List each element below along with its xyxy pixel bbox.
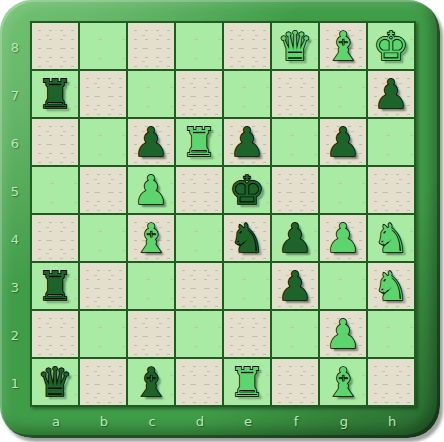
piece-black-rook-a3[interactable]: ♜: [37, 263, 73, 309]
square-h2[interactable]: [368, 311, 414, 357]
piece-white-queen-f8[interactable]: ♛: [277, 23, 313, 69]
piece-black-pawn-g6[interactable]: ♟: [325, 119, 361, 165]
square-h5[interactable]: [368, 167, 414, 213]
piece-black-pawn-e6[interactable]: ♟: [229, 119, 265, 165]
square-f6[interactable]: [272, 119, 318, 165]
piece-white-pawn-g2[interactable]: ♟: [325, 311, 361, 357]
square-b8[interactable]: [80, 23, 126, 69]
piece-black-pawn-c6[interactable]: ♟: [133, 119, 169, 165]
square-e6[interactable]: ♟: [224, 119, 270, 165]
square-a1[interactable]: ♛: [32, 359, 78, 405]
piece-black-queen-a1[interactable]: ♛: [37, 359, 73, 405]
square-g8[interactable]: ♝: [320, 23, 366, 69]
rank-label-5: 5: [0, 167, 30, 215]
file-label-d: d: [176, 407, 224, 435]
square-h4[interactable]: ♞: [368, 215, 414, 261]
square-e3[interactable]: [224, 263, 270, 309]
square-e7[interactable]: [224, 71, 270, 117]
piece-white-rook-e1[interactable]: ♜: [229, 359, 265, 405]
piece-black-pawn-h7[interactable]: ♟: [373, 71, 409, 117]
square-e8[interactable]: [224, 23, 270, 69]
rank-label-4: 4: [0, 215, 30, 263]
piece-white-knight-h3[interactable]: ♞: [373, 263, 409, 309]
square-e2[interactable]: [224, 311, 270, 357]
square-a5[interactable]: [32, 167, 78, 213]
rank-label-7: 7: [0, 71, 30, 119]
square-h1[interactable]: [368, 359, 414, 405]
square-a7[interactable]: ♜: [32, 71, 78, 117]
square-f1[interactable]: [272, 359, 318, 405]
square-b4[interactable]: [80, 215, 126, 261]
square-f2[interactable]: [272, 311, 318, 357]
square-a3[interactable]: ♜: [32, 263, 78, 309]
piece-white-knight-h4[interactable]: ♞: [373, 215, 409, 261]
file-label-b: b: [80, 407, 128, 435]
rank-labels: 87654321: [0, 23, 30, 407]
square-d6[interactable]: ♜: [176, 119, 222, 165]
piece-white-pawn-g4[interactable]: ♟: [325, 215, 361, 261]
square-b6[interactable]: [80, 119, 126, 165]
square-f4[interactable]: ♟: [272, 215, 318, 261]
square-b5[interactable]: [80, 167, 126, 213]
piece-black-bishop-c1[interactable]: ♝: [133, 359, 169, 405]
piece-black-king-e5[interactable]: ♚: [229, 167, 265, 213]
square-d7[interactable]: [176, 71, 222, 117]
square-f5[interactable]: [272, 167, 318, 213]
square-h8[interactable]: ♚: [368, 23, 414, 69]
square-b2[interactable]: [80, 311, 126, 357]
square-b1[interactable]: [80, 359, 126, 405]
square-d4[interactable]: [176, 215, 222, 261]
square-c6[interactable]: ♟: [128, 119, 174, 165]
file-label-e: e: [224, 407, 272, 435]
square-e5[interactable]: ♚: [224, 167, 270, 213]
square-a4[interactable]: [32, 215, 78, 261]
square-g4[interactable]: ♟: [320, 215, 366, 261]
file-label-g: g: [320, 407, 368, 435]
rank-label-8: 8: [0, 23, 30, 71]
square-d3[interactable]: [176, 263, 222, 309]
rank-label-6: 6: [0, 119, 30, 167]
square-g1[interactable]: ♝: [320, 359, 366, 405]
square-a2[interactable]: [32, 311, 78, 357]
piece-white-pawn-c5[interactable]: ♟: [133, 167, 169, 213]
square-d5[interactable]: [176, 167, 222, 213]
square-f8[interactable]: ♛: [272, 23, 318, 69]
piece-white-king-h8[interactable]: ♚: [373, 23, 409, 69]
square-c1[interactable]: ♝: [128, 359, 174, 405]
square-g7[interactable]: [320, 71, 366, 117]
square-f7[interactable]: [272, 71, 318, 117]
file-label-f: f: [272, 407, 320, 435]
square-b3[interactable]: [80, 263, 126, 309]
piece-black-pawn-f3[interactable]: ♟: [277, 263, 313, 309]
piece-black-pawn-f4[interactable]: ♟: [277, 215, 313, 261]
square-d8[interactable]: [176, 23, 222, 69]
piece-white-bishop-g1[interactable]: ♝: [325, 359, 361, 405]
square-c2[interactable]: [128, 311, 174, 357]
square-c7[interactable]: [128, 71, 174, 117]
chess-app: 87654321 ♛♝♚♜♟♟♜♟♟♟♚♝♞♟♟♞♜♟♞♟♛♝♜♝ abcdef…: [0, 0, 444, 442]
piece-black-rook-a7[interactable]: ♜: [37, 71, 73, 117]
square-h6[interactable]: [368, 119, 414, 165]
piece-white-rook-d6[interactable]: ♜: [181, 119, 217, 165]
file-labels: abcdefgh: [32, 407, 416, 435]
piece-white-bishop-g8[interactable]: ♝: [325, 23, 361, 69]
square-e4[interactable]: ♞: [224, 215, 270, 261]
square-c5[interactable]: ♟: [128, 167, 174, 213]
square-b7[interactable]: [80, 71, 126, 117]
piece-black-knight-e4[interactable]: ♞: [229, 215, 265, 261]
square-a6[interactable]: [32, 119, 78, 165]
square-f3[interactable]: ♟: [272, 263, 318, 309]
square-e1[interactable]: ♜: [224, 359, 270, 405]
file-label-h: h: [368, 407, 416, 435]
file-label-a: a: [32, 407, 80, 435]
square-a8[interactable]: [32, 23, 78, 69]
square-c3[interactable]: [128, 263, 174, 309]
file-label-c: c: [128, 407, 176, 435]
rank-label-3: 3: [0, 263, 30, 311]
square-h3[interactable]: ♞: [368, 263, 414, 309]
square-h7[interactable]: ♟: [368, 71, 414, 117]
square-c8[interactable]: [128, 23, 174, 69]
square-g5[interactable]: [320, 167, 366, 213]
square-g3[interactable]: [320, 263, 366, 309]
square-g2[interactable]: ♟: [320, 311, 366, 357]
piece-white-bishop-c4[interactable]: ♝: [133, 215, 169, 261]
rank-label-1: 1: [0, 359, 30, 407]
square-c4[interactable]: ♝: [128, 215, 174, 261]
chess-board: ♛♝♚♜♟♟♜♟♟♟♚♝♞♟♟♞♜♟♞♟♛♝♜♝: [30, 21, 416, 407]
square-g6[interactable]: ♟: [320, 119, 366, 165]
square-d1[interactable]: [176, 359, 222, 405]
rank-label-2: 2: [0, 311, 30, 359]
square-d2[interactable]: [176, 311, 222, 357]
